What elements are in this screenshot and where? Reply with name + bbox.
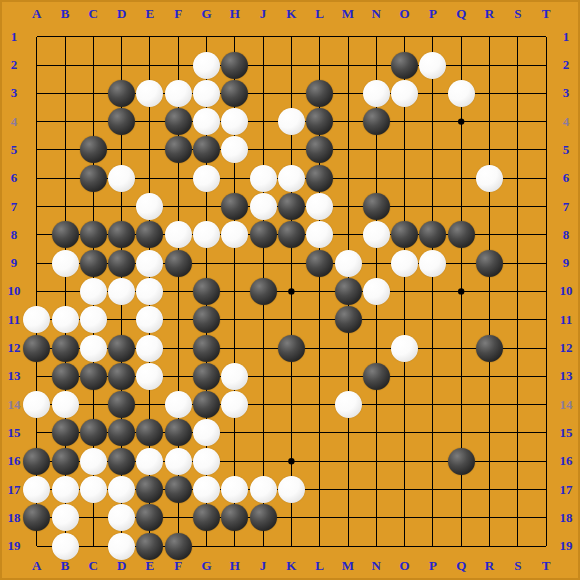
col-label-top-T: T (542, 6, 551, 22)
black-stone-J8[interactable] (250, 221, 277, 248)
black-stone-L6[interactable] (306, 165, 333, 192)
row-label-left-10: 10 (8, 283, 21, 299)
col-label-top-N: N (372, 6, 381, 22)
white-stone-E13[interactable] (136, 363, 163, 390)
white-stone-C10[interactable] (80, 278, 107, 305)
col-label-top-L: L (315, 6, 324, 22)
white-stone-Q3[interactable] (448, 80, 475, 107)
row-label-left-4: 4 (11, 114, 18, 130)
white-stone-D10[interactable] (108, 278, 135, 305)
row-label-right-9: 9 (563, 255, 570, 271)
col-label-top-Q: Q (456, 6, 466, 22)
black-stone-A16[interactable] (23, 448, 50, 475)
black-stone-Q8[interactable] (448, 221, 475, 248)
row-label-left-3: 3 (11, 85, 18, 101)
col-label-top-R: R (485, 6, 494, 22)
star-point (458, 288, 464, 294)
black-stone-M11[interactable] (335, 306, 362, 333)
black-stone-N13[interactable] (363, 363, 390, 390)
col-label-bottom-J: J (260, 558, 267, 574)
row-label-right-10: 10 (560, 283, 573, 299)
white-stone-A17[interactable] (23, 476, 50, 503)
col-label-bottom-F: F (174, 558, 182, 574)
row-label-right-15: 15 (560, 425, 573, 441)
row-label-right-19: 19 (560, 538, 573, 554)
row-label-right-6: 6 (563, 170, 570, 186)
black-stone-R9[interactable] (476, 250, 503, 277)
white-stone-K6[interactable] (278, 165, 305, 192)
white-stone-C12[interactable] (80, 335, 107, 362)
row-label-right-1: 1 (563, 29, 570, 45)
white-stone-M9[interactable] (335, 250, 362, 277)
white-stone-N8[interactable] (363, 221, 390, 248)
black-stone-K8[interactable] (278, 221, 305, 248)
row-label-right-4: 4 (563, 114, 570, 130)
col-label-top-K: K (286, 6, 296, 22)
white-stone-H13[interactable] (221, 363, 248, 390)
black-stone-L9[interactable] (306, 250, 333, 277)
row-label-right-18: 18 (560, 510, 573, 526)
black-stone-D12[interactable] (108, 335, 135, 362)
black-stone-J10[interactable] (250, 278, 277, 305)
white-stone-E3[interactable] (136, 80, 163, 107)
row-label-right-16: 16 (560, 453, 573, 469)
white-stone-C17[interactable] (80, 476, 107, 503)
row-label-left-13: 13 (8, 368, 21, 384)
white-stone-P2[interactable] (419, 52, 446, 79)
col-label-bottom-D: D (117, 558, 126, 574)
col-label-top-A: A (32, 6, 41, 22)
col-label-top-D: D (117, 6, 126, 22)
black-stone-K12[interactable] (278, 335, 305, 362)
col-label-bottom-H: H (230, 558, 240, 574)
black-stone-M10[interactable] (335, 278, 362, 305)
black-stone-C6[interactable] (80, 165, 107, 192)
row-label-left-15: 15 (8, 425, 21, 441)
black-stone-J18[interactable] (250, 504, 277, 531)
black-stone-L3[interactable] (306, 80, 333, 107)
black-stone-B8[interactable] (52, 221, 79, 248)
black-stone-K7[interactable] (278, 193, 305, 220)
white-stone-B11[interactable] (52, 306, 79, 333)
col-label-top-O: O (400, 6, 410, 22)
white-stone-K17[interactable] (278, 476, 305, 503)
black-stone-D13[interactable] (108, 363, 135, 390)
black-stone-F19[interactable] (165, 533, 192, 560)
white-stone-P9[interactable] (419, 250, 446, 277)
row-label-left-5: 5 (11, 142, 18, 158)
white-stone-N3[interactable] (363, 80, 390, 107)
col-label-bottom-S: S (514, 558, 521, 574)
row-label-left-9: 9 (11, 255, 18, 271)
go-board-app: AABBCCDDEEFFGGHHJJKKLLMMNNOOPPQQRRSSTT11… (0, 0, 580, 580)
star-point (288, 288, 294, 294)
white-stone-D19[interactable] (108, 533, 135, 560)
black-stone-C5[interactable] (80, 136, 107, 163)
white-stone-C16[interactable] (80, 448, 107, 475)
black-stone-C13[interactable] (80, 363, 107, 390)
col-label-bottom-T: T (542, 558, 551, 574)
white-stone-F14[interactable] (165, 391, 192, 418)
col-label-bottom-P: P (429, 558, 437, 574)
black-stone-C8[interactable] (80, 221, 107, 248)
black-stone-F5[interactable] (165, 136, 192, 163)
white-stone-C11[interactable] (80, 306, 107, 333)
white-stone-R6[interactable] (476, 165, 503, 192)
black-stone-D4[interactable] (108, 108, 135, 135)
black-stone-D16[interactable] (108, 448, 135, 475)
white-stone-F16[interactable] (165, 448, 192, 475)
col-label-bottom-Q: Q (456, 558, 466, 574)
black-stone-G14[interactable] (193, 391, 220, 418)
col-label-bottom-R: R (485, 558, 494, 574)
row-label-right-17: 17 (560, 482, 573, 498)
row-label-left-7: 7 (11, 199, 18, 215)
col-label-bottom-A: A (32, 558, 41, 574)
row-label-right-3: 3 (563, 85, 570, 101)
white-stone-E12[interactable] (136, 335, 163, 362)
col-label-bottom-K: K (286, 558, 296, 574)
white-stone-D6[interactable] (108, 165, 135, 192)
black-stone-F17[interactable] (165, 476, 192, 503)
white-stone-G16[interactable] (193, 448, 220, 475)
black-stone-G13[interactable] (193, 363, 220, 390)
black-stone-N4[interactable] (363, 108, 390, 135)
black-stone-C15[interactable] (80, 419, 107, 446)
black-stone-B13[interactable] (52, 363, 79, 390)
col-label-bottom-C: C (89, 558, 98, 574)
row-label-right-11: 11 (560, 312, 572, 328)
col-label-top-M: M (342, 6, 354, 22)
white-stone-G2[interactable] (193, 52, 220, 79)
white-stone-J6[interactable] (250, 165, 277, 192)
black-stone-F4[interactable] (165, 108, 192, 135)
black-stone-G10[interactable] (193, 278, 220, 305)
black-stone-R12[interactable] (476, 335, 503, 362)
row-label-left-2: 2 (11, 57, 18, 73)
row-label-left-12: 12 (8, 340, 21, 356)
row-label-right-2: 2 (563, 57, 570, 73)
black-stone-G12[interactable] (193, 335, 220, 362)
white-stone-D17[interactable] (108, 476, 135, 503)
row-label-right-8: 8 (563, 227, 570, 243)
star-point (458, 118, 464, 124)
col-label-top-G: G (201, 6, 211, 22)
col-label-bottom-O: O (400, 558, 410, 574)
col-label-bottom-M: M (342, 558, 354, 574)
col-label-bottom-N: N (372, 558, 381, 574)
white-stone-B9[interactable] (52, 250, 79, 277)
row-label-right-5: 5 (563, 142, 570, 158)
col-label-top-C: C (89, 6, 98, 22)
black-stone-D3[interactable] (108, 80, 135, 107)
col-label-top-P: P (429, 6, 437, 22)
white-stone-B14[interactable] (52, 391, 79, 418)
col-label-bottom-L: L (315, 558, 324, 574)
white-stone-E9[interactable] (136, 250, 163, 277)
white-stone-G6[interactable] (193, 165, 220, 192)
white-stone-B17[interactable] (52, 476, 79, 503)
black-stone-Q16[interactable] (448, 448, 475, 475)
black-stone-B16[interactable] (52, 448, 79, 475)
row-label-right-7: 7 (563, 199, 570, 215)
row-label-right-12: 12 (560, 340, 573, 356)
col-label-top-H: H (230, 6, 240, 22)
row-label-left-11: 11 (8, 312, 20, 328)
black-stone-G11[interactable] (193, 306, 220, 333)
white-stone-K4[interactable] (278, 108, 305, 135)
row-label-left-17: 17 (8, 482, 21, 498)
col-label-bottom-E: E (146, 558, 155, 574)
black-stone-F9[interactable] (165, 250, 192, 277)
white-stone-G17[interactable] (193, 476, 220, 503)
white-stone-O12[interactable] (391, 335, 418, 362)
black-stone-H3[interactable] (221, 80, 248, 107)
row-label-left-19: 19 (8, 538, 21, 554)
black-stone-N7[interactable] (363, 193, 390, 220)
white-stone-F8[interactable] (165, 221, 192, 248)
black-stone-C9[interactable] (80, 250, 107, 277)
col-label-bottom-G: G (201, 558, 211, 574)
white-stone-J7[interactable] (250, 193, 277, 220)
black-stone-D9[interactable] (108, 250, 135, 277)
row-label-left-18: 18 (8, 510, 21, 526)
white-stone-N10[interactable] (363, 278, 390, 305)
row-label-left-8: 8 (11, 227, 18, 243)
black-stone-B12[interactable] (52, 335, 79, 362)
black-stone-O2[interactable] (391, 52, 418, 79)
white-stone-G3[interactable] (193, 80, 220, 107)
black-stone-D14[interactable] (108, 391, 135, 418)
white-stone-O9[interactable] (391, 250, 418, 277)
col-label-top-J: J (260, 6, 267, 22)
black-stone-F15[interactable] (165, 419, 192, 446)
col-label-top-S: S (514, 6, 521, 22)
white-stone-E16[interactable] (136, 448, 163, 475)
white-stone-M14[interactable] (335, 391, 362, 418)
row-label-right-13: 13 (560, 368, 573, 384)
white-stone-B18[interactable] (52, 504, 79, 531)
row-label-left-14: 14 (8, 397, 21, 413)
white-stone-G4[interactable] (193, 108, 220, 135)
col-label-top-F: F (174, 6, 182, 22)
star-point (288, 458, 294, 464)
col-label-top-B: B (61, 6, 70, 22)
black-stone-B15[interactable] (52, 419, 79, 446)
col-label-top-E: E (146, 6, 155, 22)
black-stone-H2[interactable] (221, 52, 248, 79)
black-stone-A12[interactable] (23, 335, 50, 362)
white-stone-B19[interactable] (52, 533, 79, 560)
row-label-left-6: 6 (11, 170, 18, 186)
white-stone-L7[interactable] (306, 193, 333, 220)
row-label-left-1: 1 (11, 29, 18, 45)
row-label-right-14: 14 (560, 397, 573, 413)
col-label-bottom-B: B (61, 558, 70, 574)
white-stone-O3[interactable] (391, 80, 418, 107)
white-stone-F3[interactable] (165, 80, 192, 107)
row-label-left-16: 16 (8, 453, 21, 469)
black-stone-E19[interactable] (136, 533, 163, 560)
white-stone-J17[interactable] (250, 476, 277, 503)
